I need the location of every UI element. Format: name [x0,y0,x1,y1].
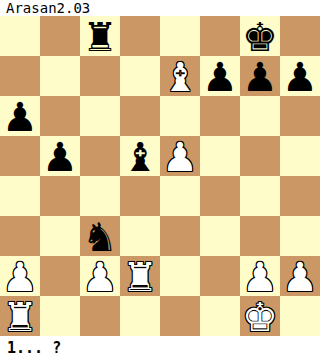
square-c2[interactable]: ♟ [80,256,120,296]
square-e8[interactable] [160,16,200,56]
square-f2[interactable] [200,256,240,296]
black-pawn[interactable]: ♟ [280,57,320,97]
black-pawn[interactable]: ♟ [240,57,280,97]
square-h1[interactable] [280,296,320,336]
square-b4[interactable] [40,176,80,216]
black-rook[interactable]: ♜ [80,17,120,57]
square-e7[interactable]: ♝ [160,56,200,96]
square-d3[interactable] [120,216,160,256]
square-c5[interactable] [80,136,120,176]
square-c3[interactable]: ♞ [80,216,120,256]
square-f3[interactable] [200,216,240,256]
square-h5[interactable] [280,136,320,176]
square-g8[interactable]: ♚ [240,16,280,56]
square-d5[interactable]: ♝ [120,136,160,176]
white-pawn[interactable]: ♟ [240,257,280,297]
black-pawn[interactable]: ♟ [40,137,80,177]
square-g1[interactable]: ♚ [240,296,280,336]
white-pawn[interactable]: ♟ [280,257,320,297]
black-pawn[interactable]: ♟ [200,57,240,97]
square-e3[interactable] [160,216,200,256]
square-f4[interactable] [200,176,240,216]
square-g3[interactable] [240,216,280,256]
square-e6[interactable] [160,96,200,136]
square-c1[interactable] [80,296,120,336]
square-c8[interactable]: ♜ [80,16,120,56]
window-title: Arasan2.03 [0,0,90,16]
square-a4[interactable] [0,176,40,216]
square-c7[interactable] [80,56,120,96]
square-b6[interactable] [40,96,80,136]
white-bishop[interactable]: ♝ [160,57,200,97]
square-h8[interactable] [280,16,320,56]
square-a8[interactable] [0,16,40,56]
black-knight[interactable]: ♞ [80,217,120,257]
square-g7[interactable]: ♟ [240,56,280,96]
white-pawn[interactable]: ♟ [0,257,40,297]
square-f7[interactable]: ♟ [200,56,240,96]
square-d7[interactable] [120,56,160,96]
chessboard: ♜♚♝♟♟♟♟♟♝♟♞♟♟♜♟♟♜♚ [0,16,320,336]
status-line: 1... ? [0,339,61,357]
square-b2[interactable] [40,256,80,296]
square-b3[interactable] [40,216,80,256]
square-f8[interactable] [200,16,240,56]
square-b1[interactable] [40,296,80,336]
square-d6[interactable] [120,96,160,136]
square-d2[interactable]: ♜ [120,256,160,296]
square-f1[interactable] [200,296,240,336]
square-e5[interactable]: ♟ [160,136,200,176]
square-h3[interactable] [280,216,320,256]
square-b8[interactable] [40,16,80,56]
square-b7[interactable] [40,56,80,96]
square-a5[interactable] [0,136,40,176]
square-g5[interactable] [240,136,280,176]
square-h7[interactable]: ♟ [280,56,320,96]
square-a1[interactable]: ♜ [0,296,40,336]
square-a3[interactable] [0,216,40,256]
square-e1[interactable] [160,296,200,336]
square-h6[interactable] [280,96,320,136]
square-d1[interactable] [120,296,160,336]
black-pawn[interactable]: ♟ [0,97,40,137]
white-rook[interactable]: ♜ [120,257,160,297]
square-f5[interactable] [200,136,240,176]
square-d8[interactable] [120,16,160,56]
square-g6[interactable] [240,96,280,136]
square-b5[interactable]: ♟ [40,136,80,176]
white-pawn[interactable]: ♟ [80,257,120,297]
square-c6[interactable] [80,96,120,136]
white-rook[interactable]: ♜ [0,297,40,337]
white-pawn[interactable]: ♟ [160,137,200,177]
square-f6[interactable] [200,96,240,136]
square-e4[interactable] [160,176,200,216]
square-h2[interactable]: ♟ [280,256,320,296]
square-c4[interactable] [80,176,120,216]
white-king[interactable]: ♚ [240,297,280,337]
square-d4[interactable] [120,176,160,216]
square-a7[interactable] [0,56,40,96]
black-king[interactable]: ♚ [240,17,280,57]
square-h4[interactable] [280,176,320,216]
square-g4[interactable] [240,176,280,216]
square-g2[interactable]: ♟ [240,256,280,296]
square-a6[interactable]: ♟ [0,96,40,136]
black-bishop[interactable]: ♝ [120,137,160,177]
square-a2[interactable]: ♟ [0,256,40,296]
square-e2[interactable] [160,256,200,296]
